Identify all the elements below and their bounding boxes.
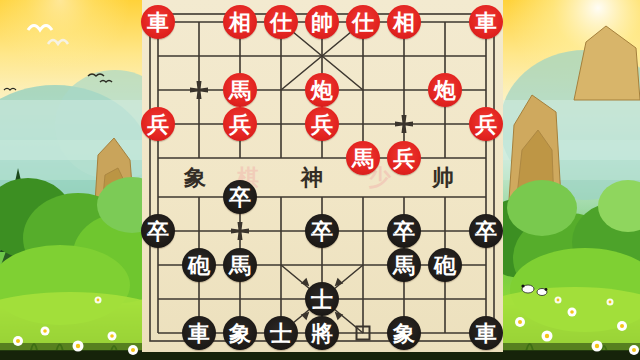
black-advisor[interactable]: 士 bbox=[264, 316, 298, 350]
black-chariot[interactable]: 車 bbox=[469, 316, 503, 350]
black-advisor[interactable]: 士 bbox=[305, 282, 339, 316]
black-soldier[interactable]: 卒 bbox=[223, 180, 257, 214]
black-soldier[interactable]: 卒 bbox=[141, 214, 175, 248]
cross-marker bbox=[190, 81, 208, 99]
black-cannon[interactable]: 砲 bbox=[182, 248, 216, 282]
red-soldier[interactable]: 兵 bbox=[223, 107, 257, 141]
black-soldier[interactable]: 卒 bbox=[387, 214, 421, 248]
red-chariot[interactable]: 車 bbox=[469, 5, 503, 39]
black-cannon[interactable]: 砲 bbox=[428, 248, 462, 282]
red-soldier[interactable]: 兵 bbox=[141, 107, 175, 141]
black-horse[interactable]: 馬 bbox=[387, 248, 421, 282]
black-general[interactable]: 將 bbox=[305, 316, 339, 350]
black-soldier[interactable]: 卒 bbox=[469, 214, 503, 248]
cross-marker bbox=[231, 222, 249, 240]
red-general[interactable]: 帥 bbox=[305, 5, 339, 39]
red-soldier[interactable]: 兵 bbox=[387, 141, 421, 175]
red-elephant[interactable]: 相 bbox=[387, 5, 421, 39]
red-advisor[interactable]: 仕 bbox=[346, 5, 380, 39]
square-marker bbox=[357, 327, 370, 340]
red-cannon[interactable]: 炮 bbox=[305, 73, 339, 107]
black-chariot[interactable]: 車 bbox=[182, 316, 216, 350]
red-horse[interactable]: 馬 bbox=[223, 73, 257, 107]
black-horse[interactable]: 馬 bbox=[223, 248, 257, 282]
red-horse[interactable]: 馬 bbox=[346, 141, 380, 175]
red-soldier[interactable]: 兵 bbox=[305, 107, 339, 141]
black-elephant[interactable]: 象 bbox=[223, 316, 257, 350]
black-elephant[interactable]: 象 bbox=[387, 316, 421, 350]
black-soldier[interactable]: 卒 bbox=[305, 214, 339, 248]
red-cannon[interactable]: 炮 bbox=[428, 73, 462, 107]
red-elephant[interactable]: 相 bbox=[223, 5, 257, 39]
red-chariot[interactable]: 車 bbox=[141, 5, 175, 39]
red-soldier[interactable]: 兵 bbox=[469, 107, 503, 141]
red-advisor[interactable]: 仕 bbox=[264, 5, 298, 39]
cross-marker bbox=[395, 115, 413, 133]
